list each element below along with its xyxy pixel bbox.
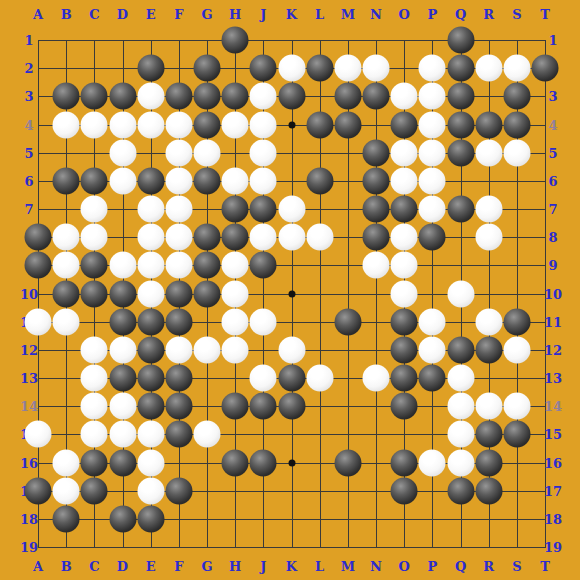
black-stone-L4[interactable]	[306, 111, 333, 138]
black-stone-F11[interactable]	[165, 308, 192, 335]
column-label-top: C	[89, 7, 99, 22]
white-stone-E16[interactable]	[137, 449, 164, 476]
column-label-top: S	[512, 7, 521, 22]
white-stone-F6[interactable]	[165, 167, 192, 194]
white-stone-F7[interactable]	[165, 196, 192, 223]
black-stone-P8[interactable]	[419, 224, 446, 251]
row-label-right: 19	[544, 540, 562, 555]
white-stone-E15[interactable]	[137, 421, 164, 448]
black-stone-N5[interactable]	[363, 139, 390, 166]
white-stone-E7[interactable]	[137, 196, 164, 223]
black-stone-G2[interactable]	[194, 55, 221, 82]
column-label-top: E	[146, 7, 156, 22]
white-stone-D14[interactable]	[109, 393, 136, 420]
black-stone-K13[interactable]	[278, 365, 305, 392]
black-stone-E18[interactable]	[137, 505, 164, 532]
white-stone-O9[interactable]	[391, 252, 418, 279]
black-stone-G6[interactable]	[194, 167, 221, 194]
black-stone-E6[interactable]	[137, 167, 164, 194]
black-stone-O16[interactable]	[391, 449, 418, 476]
white-stone-H4[interactable]	[222, 111, 249, 138]
white-stone-P16[interactable]	[419, 449, 446, 476]
white-stone-Q16[interactable]	[447, 449, 474, 476]
white-stone-K7[interactable]	[278, 196, 305, 223]
black-stone-Q4[interactable]	[447, 111, 474, 138]
black-stone-E13[interactable]	[137, 365, 164, 392]
white-stone-P12[interactable]	[419, 336, 446, 363]
column-label-bottom: R	[483, 559, 494, 574]
black-stone-D10[interactable]	[109, 280, 136, 307]
white-stone-C8[interactable]	[81, 224, 108, 251]
white-stone-P11[interactable]	[419, 308, 446, 335]
white-stone-R5[interactable]	[475, 139, 502, 166]
column-label-bottom: T	[540, 559, 550, 574]
column-label-bottom: M	[341, 559, 355, 574]
row-label-right: 6	[548, 173, 557, 188]
column-label-bottom: D	[117, 559, 128, 574]
black-stone-O17[interactable]	[391, 477, 418, 504]
black-stone-K3[interactable]	[278, 83, 305, 110]
black-stone-G9[interactable]	[194, 252, 221, 279]
black-stone-Q7[interactable]	[447, 196, 474, 223]
column-label-bottom: J	[260, 559, 266, 574]
white-stone-J3[interactable]	[250, 83, 277, 110]
white-stone-P2[interactable]	[419, 55, 446, 82]
black-stone-A8[interactable]	[25, 224, 52, 251]
black-stone-B6[interactable]	[53, 167, 80, 194]
white-stone-J4[interactable]	[250, 111, 277, 138]
black-stone-S11[interactable]	[503, 308, 530, 335]
row-label-right: 10	[544, 286, 562, 301]
black-stone-S15[interactable]	[503, 421, 530, 448]
column-label-top: M	[341, 7, 355, 22]
black-stone-C9[interactable]	[81, 252, 108, 279]
white-stone-P3[interactable]	[419, 83, 446, 110]
row-label-left: 5	[24, 145, 33, 160]
black-stone-R15[interactable]	[475, 421, 502, 448]
black-stone-N8[interactable]	[363, 224, 390, 251]
white-stone-A11[interactable]	[25, 308, 52, 335]
white-stone-E8[interactable]	[137, 224, 164, 251]
black-stone-M3[interactable]	[334, 83, 361, 110]
white-stone-E3[interactable]	[137, 83, 164, 110]
black-stone-R17[interactable]	[475, 477, 502, 504]
go-board[interactable]: AABBCCDDEEFFGGHHJJKKLLMMNNOOPPQQRRSSTT11…	[0, 0, 580, 580]
black-stone-H16[interactable]	[222, 449, 249, 476]
white-stone-R8[interactable]	[475, 224, 502, 251]
column-label-bottom: F	[174, 559, 183, 574]
black-stone-H7[interactable]	[222, 196, 249, 223]
grid-line-vertical	[376, 40, 377, 548]
column-label-bottom: H	[229, 559, 241, 574]
row-label-right: 11	[544, 314, 562, 329]
column-label-top: D	[117, 7, 128, 22]
column-label-bottom: Q	[455, 559, 466, 574]
white-stone-P4[interactable]	[419, 111, 446, 138]
white-stone-C4[interactable]	[81, 111, 108, 138]
column-label-top: H	[229, 7, 241, 22]
black-stone-D11[interactable]	[109, 308, 136, 335]
white-stone-F4[interactable]	[165, 111, 192, 138]
row-label-left: 16	[20, 455, 38, 470]
black-stone-B10[interactable]	[53, 280, 80, 307]
white-stone-J5[interactable]	[250, 139, 277, 166]
column-label-bottom: P	[427, 559, 437, 574]
black-stone-L2[interactable]	[306, 55, 333, 82]
black-stone-R4[interactable]	[475, 111, 502, 138]
black-stone-C6[interactable]	[81, 167, 108, 194]
white-stone-D5[interactable]	[109, 139, 136, 166]
black-stone-H1[interactable]	[222, 27, 249, 54]
row-label-left: 6	[24, 173, 33, 188]
row-label-right: 4	[548, 117, 557, 132]
white-stone-C14[interactable]	[81, 393, 108, 420]
row-label-right: 7	[548, 202, 557, 217]
white-stone-E10[interactable]	[137, 280, 164, 307]
white-stone-M2[interactable]	[334, 55, 361, 82]
black-stone-R12[interactable]	[475, 336, 502, 363]
white-stone-G12[interactable]	[194, 336, 221, 363]
black-stone-Q1[interactable]	[447, 27, 474, 54]
row-label-left: 12	[20, 342, 38, 357]
black-stone-C16[interactable]	[81, 449, 108, 476]
white-stone-N13[interactable]	[363, 365, 390, 392]
row-label-right: 15	[544, 427, 562, 442]
white-stone-D15[interactable]	[109, 421, 136, 448]
black-stone-O11[interactable]	[391, 308, 418, 335]
white-stone-A15[interactable]	[25, 421, 52, 448]
white-stone-O5[interactable]	[391, 139, 418, 166]
black-stone-Q5[interactable]	[447, 139, 474, 166]
black-stone-H14[interactable]	[222, 393, 249, 420]
row-label-left: 19	[20, 540, 38, 555]
white-stone-O6[interactable]	[391, 167, 418, 194]
white-stone-D12[interactable]	[109, 336, 136, 363]
hoshi-point	[288, 121, 295, 128]
black-stone-E11[interactable]	[137, 308, 164, 335]
white-stone-C12[interactable]	[81, 336, 108, 363]
white-stone-P5[interactable]	[419, 139, 446, 166]
column-label-bottom: S	[512, 559, 521, 574]
white-stone-G5[interactable]	[194, 139, 221, 166]
white-stone-N9[interactable]	[363, 252, 390, 279]
column-label-bottom: E	[146, 559, 156, 574]
black-stone-G10[interactable]	[194, 280, 221, 307]
row-label-left: 13	[20, 371, 38, 386]
black-stone-D13[interactable]	[109, 365, 136, 392]
white-stone-B8[interactable]	[53, 224, 80, 251]
white-stone-O8[interactable]	[391, 224, 418, 251]
column-label-bottom: O	[399, 559, 410, 574]
black-stone-H3[interactable]	[222, 83, 249, 110]
black-stone-G3[interactable]	[194, 83, 221, 110]
row-label-right: 1	[548, 33, 557, 48]
black-stone-E2[interactable]	[137, 55, 164, 82]
black-stone-D16[interactable]	[109, 449, 136, 476]
black-stone-Q3[interactable]	[447, 83, 474, 110]
white-stone-N2[interactable]	[363, 55, 390, 82]
white-stone-E17[interactable]	[137, 477, 164, 504]
black-stone-F14[interactable]	[165, 393, 192, 420]
white-stone-F9[interactable]	[165, 252, 192, 279]
white-stone-P6[interactable]	[419, 167, 446, 194]
white-stone-B17[interactable]	[53, 477, 80, 504]
white-stone-H10[interactable]	[222, 280, 249, 307]
white-stone-J13[interactable]	[250, 365, 277, 392]
black-stone-F10[interactable]	[165, 280, 192, 307]
black-stone-K14[interactable]	[278, 393, 305, 420]
column-label-bottom: N	[370, 559, 382, 574]
row-label-left: 1	[24, 33, 33, 48]
white-stone-F12[interactable]	[165, 336, 192, 363]
white-stone-P7[interactable]	[419, 196, 446, 223]
white-stone-Q10[interactable]	[447, 280, 474, 307]
column-label-top: Q	[455, 7, 466, 22]
white-stone-K12[interactable]	[278, 336, 305, 363]
column-label-top: L	[315, 7, 324, 22]
black-stone-G4[interactable]	[194, 111, 221, 138]
row-label-right: 5	[548, 145, 557, 160]
row-label-left: 4	[24, 117, 33, 132]
white-stone-L13[interactable]	[306, 365, 333, 392]
black-stone-N6[interactable]	[363, 167, 390, 194]
row-label-left: 10	[20, 286, 38, 301]
white-stone-L8[interactable]	[306, 224, 333, 251]
black-stone-O7[interactable]	[391, 196, 418, 223]
black-stone-Q12[interactable]	[447, 336, 474, 363]
black-stone-G8[interactable]	[194, 224, 221, 251]
black-stone-J14[interactable]	[250, 393, 277, 420]
white-stone-Q15[interactable]	[447, 421, 474, 448]
white-stone-J11[interactable]	[250, 308, 277, 335]
white-stone-G15[interactable]	[194, 421, 221, 448]
white-stone-H6[interactable]	[222, 167, 249, 194]
white-stone-K2[interactable]	[278, 55, 305, 82]
white-stone-R2[interactable]	[475, 55, 502, 82]
black-stone-E12[interactable]	[137, 336, 164, 363]
black-stone-O14[interactable]	[391, 393, 418, 420]
white-stone-H9[interactable]	[222, 252, 249, 279]
white-stone-R7[interactable]	[475, 196, 502, 223]
black-stone-D18[interactable]	[109, 505, 136, 532]
white-stone-S12[interactable]	[503, 336, 530, 363]
white-stone-C15[interactable]	[81, 421, 108, 448]
black-stone-Q17[interactable]	[447, 477, 474, 504]
row-label-right: 8	[548, 230, 557, 245]
row-label-left: 7	[24, 202, 33, 217]
black-stone-N3[interactable]	[363, 83, 390, 110]
row-label-left: 3	[24, 89, 33, 104]
row-label-left: 14	[20, 399, 38, 414]
white-stone-D4[interactable]	[109, 111, 136, 138]
black-stone-R16[interactable]	[475, 449, 502, 476]
row-label-right: 12	[544, 342, 562, 357]
white-stone-F5[interactable]	[165, 139, 192, 166]
column-label-top: T	[540, 7, 550, 22]
column-label-bottom: B	[61, 559, 72, 574]
row-label-right: 17	[544, 483, 562, 498]
black-stone-A9[interactable]	[25, 252, 52, 279]
black-stone-Q2[interactable]	[447, 55, 474, 82]
white-stone-B9[interactable]	[53, 252, 80, 279]
column-label-top: N	[370, 7, 382, 22]
column-label-bottom: G	[201, 559, 212, 574]
black-stone-B18[interactable]	[53, 505, 80, 532]
row-label-right: 9	[548, 258, 557, 273]
black-stone-E14[interactable]	[137, 393, 164, 420]
black-stone-O12[interactable]	[391, 336, 418, 363]
white-stone-B4[interactable]	[53, 111, 80, 138]
black-stone-S3[interactable]	[503, 83, 530, 110]
row-label-right: 14	[544, 399, 562, 414]
white-stone-O10[interactable]	[391, 280, 418, 307]
column-label-bottom: K	[286, 559, 297, 574]
white-stone-O3[interactable]	[391, 83, 418, 110]
row-label-left: 18	[20, 511, 38, 526]
black-stone-B3[interactable]	[53, 83, 80, 110]
black-stone-M16[interactable]	[334, 449, 361, 476]
black-stone-J16[interactable]	[250, 449, 277, 476]
white-stone-E4[interactable]	[137, 111, 164, 138]
white-stone-R14[interactable]	[475, 393, 502, 420]
column-label-top: G	[201, 7, 212, 22]
black-stone-P13[interactable]	[419, 365, 446, 392]
hoshi-point	[288, 459, 295, 466]
white-stone-D9[interactable]	[109, 252, 136, 279]
white-stone-C13[interactable]	[81, 365, 108, 392]
column-label-bottom: A	[33, 559, 43, 574]
black-stone-F17[interactable]	[165, 477, 192, 504]
white-stone-H12[interactable]	[222, 336, 249, 363]
hoshi-point	[288, 290, 295, 297]
black-stone-J7[interactable]	[250, 196, 277, 223]
row-label-left: 2	[24, 61, 33, 76]
white-stone-J8[interactable]	[250, 224, 277, 251]
black-stone-F13[interactable]	[165, 365, 192, 392]
column-label-bottom: L	[315, 559, 324, 574]
white-stone-F8[interactable]	[165, 224, 192, 251]
white-stone-E9[interactable]	[137, 252, 164, 279]
white-stone-S14[interactable]	[503, 393, 530, 420]
black-stone-O4[interactable]	[391, 111, 418, 138]
white-stone-H11[interactable]	[222, 308, 249, 335]
row-label-right: 18	[544, 511, 562, 526]
white-stone-S5[interactable]	[503, 139, 530, 166]
column-label-top: R	[483, 7, 494, 22]
white-stone-R11[interactable]	[475, 308, 502, 335]
white-stone-B16[interactable]	[53, 449, 80, 476]
black-stone-N7[interactable]	[363, 196, 390, 223]
black-stone-H8[interactable]	[222, 224, 249, 251]
column-label-top: B	[61, 7, 72, 22]
column-label-top: K	[286, 7, 297, 22]
black-stone-O13[interactable]	[391, 365, 418, 392]
row-label-right: 3	[548, 89, 557, 104]
black-stone-D3[interactable]	[109, 83, 136, 110]
black-stone-M11[interactable]	[334, 308, 361, 335]
black-stone-F3[interactable]	[165, 83, 192, 110]
grid-line-horizontal	[38, 547, 546, 548]
black-stone-A17[interactable]	[25, 477, 52, 504]
black-stone-C10[interactable]	[81, 280, 108, 307]
row-label-right: 13	[544, 371, 562, 386]
black-stone-J9[interactable]	[250, 252, 277, 279]
column-label-top: F	[174, 7, 183, 22]
column-label-top: J	[260, 7, 266, 22]
white-stone-B11[interactable]	[53, 308, 80, 335]
white-stone-Q13[interactable]	[447, 365, 474, 392]
black-stone-C3[interactable]	[81, 83, 108, 110]
white-stone-S2[interactable]	[503, 55, 530, 82]
black-stone-J2[interactable]	[250, 55, 277, 82]
white-stone-J6[interactable]	[250, 167, 277, 194]
column-label-top: P	[427, 7, 437, 22]
white-stone-C7[interactable]	[81, 196, 108, 223]
column-label-top: A	[33, 7, 43, 22]
black-stone-L6[interactable]	[306, 167, 333, 194]
column-label-bottom: C	[89, 559, 99, 574]
black-stone-F15[interactable]	[165, 421, 192, 448]
white-stone-Q14[interactable]	[447, 393, 474, 420]
white-stone-K8[interactable]	[278, 224, 305, 251]
column-label-top: O	[399, 7, 410, 22]
black-stone-T2[interactable]	[532, 55, 559, 82]
black-stone-S4[interactable]	[503, 111, 530, 138]
black-stone-M4[interactable]	[334, 111, 361, 138]
white-stone-D6[interactable]	[109, 167, 136, 194]
row-label-right: 16	[544, 455, 562, 470]
black-stone-C17[interactable]	[81, 477, 108, 504]
